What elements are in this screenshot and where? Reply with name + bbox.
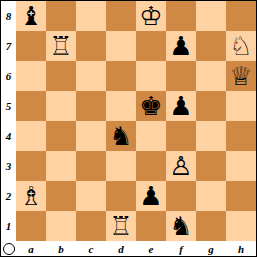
square-g1[interactable] [196,211,226,241]
square-d5[interactable] [106,91,136,121]
rank-label-7: 7 [1,31,16,61]
square-b3[interactable] [46,151,76,181]
piece-wB-a2: ♗ [19,181,42,211]
piece-wP-f3: ♙ [169,151,192,181]
square-e3[interactable] [136,151,166,181]
square-c5[interactable] [76,91,106,121]
square-c1[interactable] [76,211,106,241]
square-h5[interactable] [226,91,256,121]
square-c8[interactable] [76,1,106,31]
square-c2[interactable] [76,181,106,211]
square-f3[interactable]: ♙ [166,151,196,181]
square-f8[interactable] [166,1,196,31]
square-g6[interactable] [196,61,226,91]
square-d8[interactable] [106,1,136,31]
square-f5[interactable]: ♟ [166,91,196,121]
square-c6[interactable] [76,61,106,91]
square-a1[interactable] [16,211,46,241]
square-a8[interactable]: ♝ [16,1,46,31]
square-a2[interactable]: ♗ [16,181,46,211]
rank-label-2: 2 [1,181,16,211]
square-e4[interactable] [136,121,166,151]
piece-bP-f7: ♟ [169,31,192,61]
square-d4[interactable]: ♞ [106,121,136,151]
square-h1[interactable] [226,211,256,241]
piece-wR-d1: ♖ [109,211,132,241]
square-h8[interactable] [226,1,256,31]
turn-indicator-cell [1,241,16,256]
square-f7[interactable]: ♟ [166,31,196,61]
square-e6[interactable] [136,61,166,91]
square-g8[interactable] [196,1,226,31]
square-h2[interactable] [226,181,256,211]
square-a3[interactable] [16,151,46,181]
rank-label-5: 5 [1,91,16,121]
square-g3[interactable] [196,151,226,181]
square-h4[interactable] [226,121,256,151]
square-b7[interactable]: ♖ [46,31,76,61]
piece-bK-e5: ♚ [139,91,162,121]
square-b2[interactable] [46,181,76,211]
square-g4[interactable] [196,121,226,151]
piece-bN-d4: ♞ [109,121,132,151]
piece-bP-e2: ♟ [139,181,162,211]
rank-label-3: 3 [1,151,16,181]
piece-wR-b7: ♖ [49,31,72,61]
piece-wQ-h6: ♕ [229,61,252,91]
file-label-b: b [46,243,76,255]
rank-label-4: 4 [1,121,16,151]
square-d3[interactable] [106,151,136,181]
square-c4[interactable] [76,121,106,151]
board: ♝♔♖♟♘♕♚♟♞♙♗♟♖♞ [16,1,256,241]
square-f2[interactable] [166,181,196,211]
square-e7[interactable] [136,31,166,61]
file-label-e: e [136,243,166,255]
square-d7[interactable] [106,31,136,61]
square-a5[interactable] [16,91,46,121]
rank-label-1: 1 [1,211,16,241]
file-label-a: a [16,243,46,255]
square-c3[interactable] [76,151,106,181]
square-g7[interactable] [196,31,226,61]
file-label-c: c [76,243,106,255]
piece-wN-h7: ♘ [229,31,252,61]
square-d1[interactable]: ♖ [106,211,136,241]
square-b8[interactable] [46,1,76,31]
square-h3[interactable] [226,151,256,181]
square-d6[interactable] [106,61,136,91]
square-b6[interactable] [46,61,76,91]
square-f6[interactable] [166,61,196,91]
chess-diagram: 87654321 ♝♔♖♟♘♕♚♟♞♙♗♟♖♞ abcdefgh [0,0,257,257]
piece-bP-f5: ♟ [169,91,192,121]
square-a4[interactable] [16,121,46,151]
square-g5[interactable] [196,91,226,121]
piece-wK-e8: ♔ [139,1,162,31]
square-a7[interactable] [16,31,46,61]
rank-label-8: 8 [1,1,16,31]
square-f1[interactable]: ♞ [166,211,196,241]
file-labels-row: abcdefgh [1,241,256,256]
square-b1[interactable] [46,211,76,241]
square-e5[interactable]: ♚ [136,91,166,121]
file-label-h: h [226,243,256,255]
square-b5[interactable] [46,91,76,121]
square-g2[interactable] [196,181,226,211]
square-h6[interactable]: ♕ [226,61,256,91]
piece-bB-a8: ♝ [19,1,42,31]
square-c7[interactable] [76,31,106,61]
rank-labels: 87654321 [1,1,16,241]
square-f4[interactable] [166,121,196,151]
file-label-d: d [106,243,136,255]
square-a6[interactable] [16,61,46,91]
square-b4[interactable] [46,121,76,151]
square-e2[interactable]: ♟ [136,181,166,211]
square-d2[interactable] [106,181,136,211]
rank-label-6: 6 [1,61,16,91]
square-h7[interactable]: ♘ [226,31,256,61]
piece-bN-f1: ♞ [169,211,192,241]
file-label-f: f [166,243,196,255]
white-to-move-indicator [3,243,15,255]
file-label-g: g [196,243,226,255]
square-e1[interactable] [136,211,166,241]
square-e8[interactable]: ♔ [136,1,166,31]
